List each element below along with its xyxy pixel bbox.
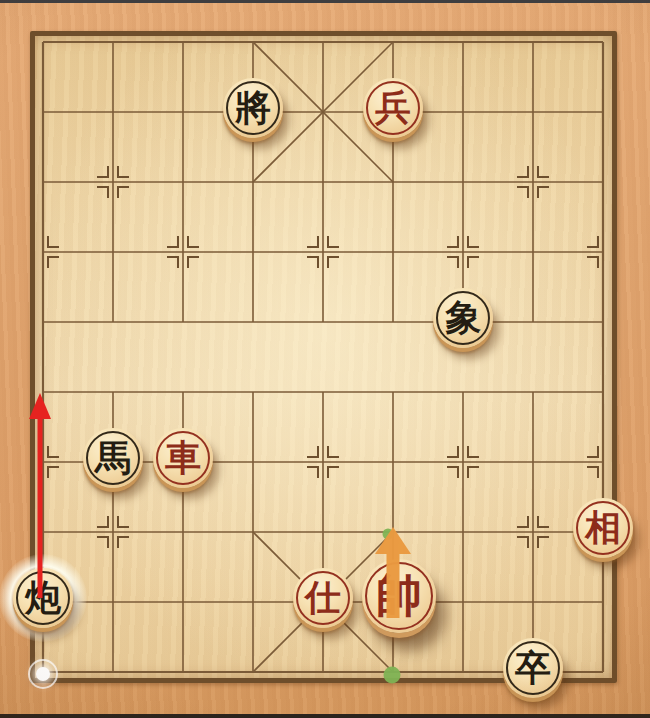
piece-glyph: 將 — [235, 89, 271, 125]
piece-red-general[interactable]: 帥 — [362, 559, 436, 633]
piece-red-soldier[interactable]: 兵 — [363, 78, 423, 138]
piece-black-soldier[interactable]: 卒 — [503, 638, 563, 698]
piece-black-cannon[interactable]: 炮 — [13, 568, 73, 628]
piece-red-chariot[interactable]: 車 — [153, 428, 213, 488]
piece-black-general[interactable]: 將 — [223, 78, 283, 138]
piece-glyph: 車 — [165, 439, 201, 475]
bottom-screen-strip — [0, 714, 650, 718]
piece-glyph: 帥 — [376, 572, 422, 618]
piece-glyph: 炮 — [25, 579, 61, 615]
piece-red-elephant[interactable]: 相 — [573, 498, 633, 558]
piece-black-horse[interactable]: 馬 — [83, 428, 143, 488]
piece-red-advisor[interactable]: 仕 — [293, 568, 353, 628]
piece-glyph: 仕 — [305, 579, 341, 615]
top-screen-strip — [0, 0, 650, 3]
piece-glyph: 卒 — [515, 649, 551, 685]
piece-glyph: 馬 — [95, 439, 131, 475]
piece-glyph: 兵 — [375, 89, 411, 125]
move-origin-dot-marker — [36, 667, 50, 681]
piece-glyph: 相 — [585, 509, 621, 545]
piece-black-elephant[interactable]: 象 — [433, 288, 493, 348]
piece-glyph: 象 — [445, 299, 481, 335]
xiangqi-game-screen: 將兵象馬車相炮仕帥卒 — [0, 0, 650, 718]
